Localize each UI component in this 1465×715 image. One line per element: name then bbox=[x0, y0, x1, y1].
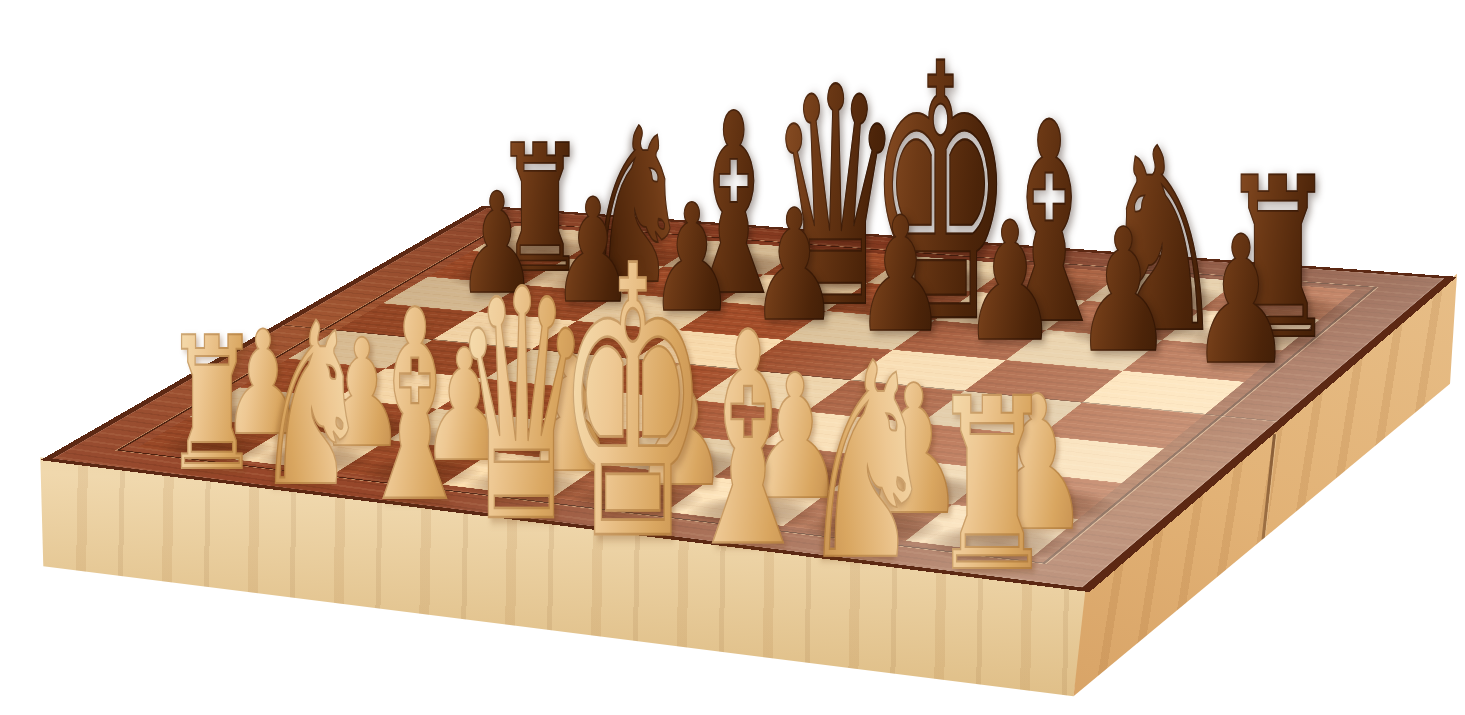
piece-black-pawn[interactable]: ♟ bbox=[1190, 213, 1292, 389]
piece-white-knight[interactable]: ♞ bbox=[254, 294, 368, 517]
piece-white-bishop[interactable]: ♝ bbox=[681, 295, 816, 588]
piece-black-pawn[interactable]: ♟ bbox=[1074, 207, 1172, 377]
product-photo-stage: ♜♞♝♛♚♝♞♜♟♟♟♟♟♟♟♟♟♟♟♟♟♟♟♟♜♞♝♛♚♝♞♜ bbox=[0, 0, 1465, 715]
piece-black-pawn[interactable]: ♟ bbox=[962, 202, 1057, 366]
piece-white-knight[interactable]: ♞ bbox=[799, 328, 937, 597]
pieces-layer: ♜♞♝♛♚♝♞♜♟♟♟♟♟♟♟♟♟♟♟♟♟♟♟♟♜♞♝♛♚♝♞♜ bbox=[0, 0, 1465, 715]
piece-white-rook[interactable]: ♜ bbox=[929, 367, 1054, 604]
piece-white-rook[interactable]: ♜ bbox=[164, 313, 261, 496]
